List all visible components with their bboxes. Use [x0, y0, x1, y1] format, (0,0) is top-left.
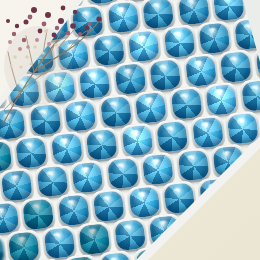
flower-bud: [35, 38, 39, 42]
flower-bud: [12, 32, 16, 36]
flower-bud: [44, 29, 48, 33]
flower-bud: [61, 6, 66, 11]
flower-bud: [42, 22, 47, 27]
bead: [199, 22, 231, 54]
bead: [93, 190, 125, 222]
bead: [8, 231, 40, 260]
bead: [142, 154, 174, 186]
bead: [198, 178, 230, 210]
bead: [163, 26, 195, 58]
bead: [184, 55, 216, 87]
flower-bud: [66, 31, 70, 35]
flower-bud: [33, 45, 37, 49]
tray-cell: [6, 229, 43, 260]
flower-bud: [78, 32, 82, 36]
flower-bud: [28, 15, 33, 20]
flower-bud: [70, 23, 76, 29]
bead: [72, 162, 104, 194]
bead: [170, 88, 202, 120]
bead: [206, 84, 238, 116]
flower-bud: [29, 62, 32, 65]
bead: [0, 141, 12, 173]
bead: [234, 174, 260, 206]
bead: [241, 236, 260, 260]
bead: [184, 211, 216, 243]
flower-bud: [58, 18, 64, 24]
bead: [43, 227, 75, 259]
bead: [149, 59, 181, 91]
photo-canvas: [0, 0, 260, 260]
flower-bud: [25, 55, 29, 59]
dried-flowers: [0, 0, 120, 128]
bead: [241, 80, 260, 112]
bead: [255, 47, 260, 79]
bead: [64, 256, 96, 260]
flower-bud: [73, 10, 77, 14]
bead: [163, 182, 195, 214]
flower-bud: [47, 42, 51, 46]
tray-cell: [239, 78, 260, 115]
flower-bud: [26, 45, 30, 49]
bead: [79, 223, 111, 255]
flower-bud: [24, 20, 29, 25]
bead: [135, 92, 167, 124]
tray-cell: [41, 225, 78, 260]
bead: [149, 215, 181, 247]
tray-cell: [232, 16, 260, 53]
bead: [36, 166, 68, 198]
bead: [107, 158, 139, 190]
bead: [227, 113, 259, 145]
flower-bud: [96, 16, 101, 21]
bead: [248, 141, 260, 173]
bead: [86, 129, 118, 161]
bead: [191, 117, 223, 149]
bead: [220, 207, 252, 239]
flower-bud: [41, 51, 44, 54]
bead: [114, 219, 146, 251]
bead: [121, 125, 153, 157]
flower-bud: [15, 24, 19, 28]
bead: [0, 235, 5, 260]
flower-bud: [31, 7, 37, 13]
bead: [128, 30, 160, 62]
bead: [156, 121, 188, 153]
bead: [57, 194, 89, 226]
bead: [177, 150, 209, 182]
bead: [22, 198, 54, 230]
bead: [170, 244, 202, 260]
flower-bud: [45, 12, 51, 18]
bead: [100, 252, 132, 260]
flower-bud: [8, 40, 12, 44]
bead: [255, 203, 260, 235]
bead: [142, 0, 174, 30]
bead: [206, 240, 238, 260]
bead: [248, 0, 260, 18]
bead: [220, 51, 252, 83]
bead: [128, 186, 160, 218]
tray-cell: [203, 238, 240, 260]
flower-bud: [10, 65, 13, 68]
flower-bud: [18, 47, 22, 51]
bead: [234, 18, 260, 50]
flower-bud: [13, 55, 17, 59]
flower-bud: [19, 65, 22, 68]
bead: [213, 145, 245, 177]
bead: [135, 248, 167, 260]
bead: [50, 133, 82, 165]
tray-cell: [232, 172, 260, 209]
tray-cell: [0, 233, 7, 260]
bead: [1, 170, 33, 202]
flower-bud: [88, 22, 92, 26]
flower-bud: [55, 26, 59, 30]
tray-cell: [168, 242, 205, 260]
flower-bud: [38, 29, 43, 34]
flower-bud: [6, 19, 10, 23]
bead: [0, 202, 19, 234]
flower-bud: [84, 25, 89, 30]
bead: [15, 137, 47, 169]
flower-bud: [54, 43, 58, 47]
flower-bud: [22, 38, 26, 42]
flower-bud: [52, 33, 57, 38]
